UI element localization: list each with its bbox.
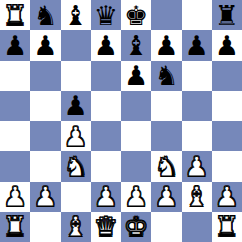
square-g8[interactable] (182, 0, 212, 30)
piece-white-rook-a8[interactable]: ♜ (3, 2, 27, 29)
piece-black-bishop-e7[interactable]: ♝ (124, 32, 148, 59)
square-f7[interactable]: ♟ (151, 30, 181, 60)
piece-black-knight-b8[interactable]: ♞ (33, 2, 57, 29)
piece-white-knight-c3[interactable]: ♞ (64, 153, 88, 180)
piece-black-pawn-b7[interactable]: ♟ (33, 32, 57, 59)
piece-black-pawn-h7[interactable]: ♟ (215, 32, 239, 59)
square-e4[interactable] (121, 121, 151, 151)
square-c1[interactable]: ♝ (61, 212, 91, 242)
square-a6[interactable] (0, 61, 30, 91)
square-b6[interactable] (30, 61, 60, 91)
piece-white-queen-d1[interactable]: ♛ (94, 213, 118, 240)
square-a7[interactable]: ♟ (0, 30, 30, 60)
square-f4[interactable] (151, 121, 181, 151)
piece-white-pawn-f2[interactable]: ♟ (154, 183, 178, 210)
square-c6[interactable] (61, 61, 91, 91)
square-g3[interactable]: ♟ (182, 151, 212, 181)
square-f1[interactable] (151, 212, 181, 242)
square-f6[interactable]: ♞ (151, 61, 181, 91)
square-h1[interactable]: ♜ (212, 212, 242, 242)
square-g5[interactable] (182, 91, 212, 121)
square-b1[interactable] (30, 212, 60, 242)
square-h2[interactable]: ♟ (212, 182, 242, 212)
square-d4[interactable] (91, 121, 121, 151)
piece-white-pawn-d2[interactable]: ♟ (94, 183, 118, 210)
piece-black-queen-d8[interactable]: ♛ (94, 2, 118, 29)
square-f5[interactable] (151, 91, 181, 121)
square-c4[interactable]: ♟ (61, 121, 91, 151)
piece-white-knight-f3[interactable]: ♞ (154, 153, 178, 180)
square-h8[interactable]: ♜ (212, 0, 242, 30)
square-h5[interactable] (212, 91, 242, 121)
piece-black-pawn-g7[interactable]: ♟ (185, 32, 209, 59)
square-b4[interactable] (30, 121, 60, 151)
square-d1[interactable]: ♛ (91, 212, 121, 242)
piece-black-pawn-e6[interactable]: ♟ (124, 62, 148, 89)
square-h3[interactable] (212, 151, 242, 181)
square-a1[interactable]: ♜ (0, 212, 30, 242)
square-d5[interactable] (91, 91, 121, 121)
square-h6[interactable] (212, 61, 242, 91)
piece-white-bishop-c1[interactable]: ♝ (64, 213, 88, 240)
square-c8[interactable]: ♝ (61, 0, 91, 30)
square-a8[interactable]: ♜ (0, 0, 30, 30)
piece-black-pawn-c5[interactable]: ♟ (64, 92, 88, 119)
square-e2[interactable]: ♟ (121, 182, 151, 212)
square-d8[interactable]: ♛ (91, 0, 121, 30)
piece-black-bishop-c8[interactable]: ♝ (64, 2, 88, 29)
piece-black-rook-h8[interactable]: ♜ (215, 2, 239, 29)
square-d2[interactable]: ♟ (91, 182, 121, 212)
piece-white-rook-h1[interactable]: ♜ (215, 213, 239, 240)
square-e7[interactable]: ♝ (121, 30, 151, 60)
square-c3[interactable]: ♞ (61, 151, 91, 181)
square-e8[interactable]: ♚ (121, 0, 151, 30)
square-c2[interactable] (61, 182, 91, 212)
square-g2[interactable]: ♝ (182, 182, 212, 212)
square-b2[interactable]: ♟ (30, 182, 60, 212)
square-a4[interactable] (0, 121, 30, 151)
square-e1[interactable]: ♚ (121, 212, 151, 242)
square-g4[interactable] (182, 121, 212, 151)
square-f3[interactable]: ♞ (151, 151, 181, 181)
square-b5[interactable] (30, 91, 60, 121)
square-h7[interactable]: ♟ (212, 30, 242, 60)
piece-white-pawn-a2[interactable]: ♟ (3, 183, 27, 210)
square-g1[interactable] (182, 212, 212, 242)
piece-black-pawn-f7[interactable]: ♟ (154, 32, 178, 59)
piece-black-pawn-a7[interactable]: ♟ (3, 32, 27, 59)
square-a3[interactable] (0, 151, 30, 181)
square-d3[interactable] (91, 151, 121, 181)
square-g7[interactable]: ♟ (182, 30, 212, 60)
square-c7[interactable] (61, 30, 91, 60)
piece-black-king-e8[interactable]: ♚ (124, 2, 148, 29)
square-d6[interactable] (91, 61, 121, 91)
square-h4[interactable] (212, 121, 242, 151)
square-a5[interactable] (0, 91, 30, 121)
piece-white-rook-a1[interactable]: ♜ (3, 213, 27, 240)
piece-white-pawn-b2[interactable]: ♟ (33, 183, 57, 210)
chess-board: ♜♞♝♛♚♜♟♟♟♝♟♟♟♟♞♟♟♞♞♟♟♟♟♟♟♝♟♜♝♛♚♜ (0, 0, 242, 242)
square-a2[interactable]: ♟ (0, 182, 30, 212)
square-f8[interactable] (151, 0, 181, 30)
square-e3[interactable] (121, 151, 151, 181)
square-b8[interactable]: ♞ (30, 0, 60, 30)
piece-white-pawn-g3[interactable]: ♟ (185, 153, 209, 180)
square-f2[interactable]: ♟ (151, 182, 181, 212)
square-e6[interactable]: ♟ (121, 61, 151, 91)
piece-white-king-e1[interactable]: ♚ (124, 213, 148, 240)
square-d7[interactable]: ♟ (91, 30, 121, 60)
piece-black-knight-f6[interactable]: ♞ (154, 62, 178, 89)
piece-white-pawn-c4[interactable]: ♟ (64, 123, 88, 150)
square-g6[interactable] (182, 61, 212, 91)
piece-black-pawn-d7[interactable]: ♟ (94, 32, 118, 59)
piece-white-pawn-h2[interactable]: ♟ (215, 183, 239, 210)
square-c5[interactable]: ♟ (61, 91, 91, 121)
square-b3[interactable] (30, 151, 60, 181)
piece-white-bishop-g2[interactable]: ♝ (185, 183, 209, 210)
square-b7[interactable]: ♟ (30, 30, 60, 60)
piece-white-pawn-e2[interactable]: ♟ (124, 183, 148, 210)
square-e5[interactable] (121, 91, 151, 121)
